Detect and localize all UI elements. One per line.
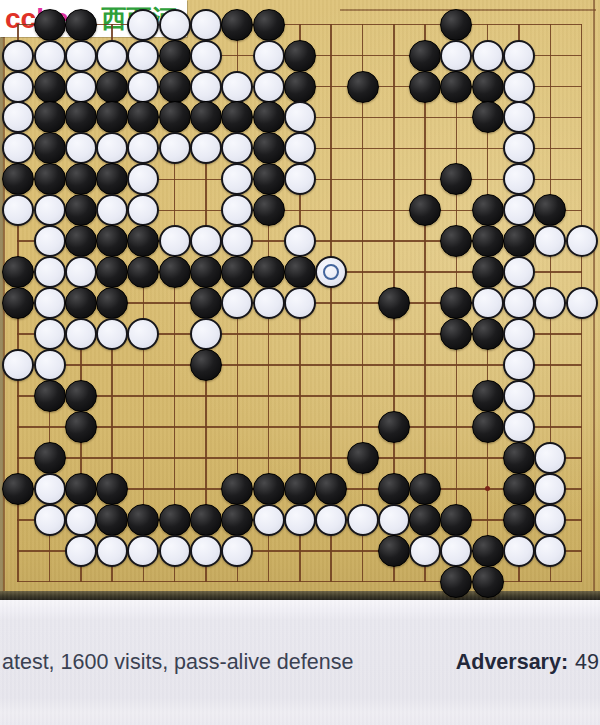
stone-black [440,318,472,350]
stone-black [472,380,504,412]
stone-white [65,132,97,164]
stone-white [503,535,535,567]
stone-white [566,287,598,319]
stone-black [440,504,472,536]
adversary-readout: Adversary:49 [456,650,599,675]
stone-white [503,349,535,381]
stone-black [378,287,410,319]
stone-white [534,535,566,567]
stone-white [253,504,285,536]
stone-black [221,9,253,41]
stone-black [190,101,222,133]
stone-white [34,349,66,381]
stone-black [253,101,285,133]
stone-black [2,473,34,505]
stone-black [34,101,66,133]
stone-white [534,473,566,505]
stone-black [65,411,97,443]
stone-black [159,256,191,288]
stone-white [566,225,598,257]
stone-black [409,473,441,505]
status-panel: atest, 1600 visits, pass-alive defense A… [0,600,600,725]
stone-white [127,194,159,226]
stone-white [159,225,191,257]
stone-white [221,132,253,164]
stone-black [96,71,128,103]
stone-white [378,504,410,536]
stone-black [503,504,535,536]
stone-white [503,256,535,288]
stone-white [534,287,566,319]
stone-black [96,163,128,195]
stone-black [2,256,34,288]
stone-black [472,101,504,133]
stone-black [190,504,222,536]
stone-white [534,504,566,536]
stone-black [503,225,535,257]
stone-white [127,318,159,350]
stone-white [127,163,159,195]
stone-black [2,163,34,195]
stone-white [96,132,128,164]
stone-white [65,318,97,350]
stone-white [284,101,316,133]
stone-white [253,287,285,319]
stone-white [503,40,535,72]
stone-white [221,163,253,195]
stone-white [503,101,535,133]
stone-black [440,71,472,103]
stone-black [472,225,504,257]
stone-white [221,71,253,103]
stone-black [96,256,128,288]
stone-black [253,256,285,288]
stone-white [159,132,191,164]
stone-black [378,535,410,567]
stone-black [315,473,347,505]
stone-white [34,318,66,350]
stone-white [65,71,97,103]
stone-white [347,504,379,536]
stone-black [472,535,504,567]
stone-black [2,287,34,319]
stone-black [472,566,504,598]
stone-white [534,442,566,474]
stone-black [127,101,159,133]
adversary-label: Adversary: [456,650,568,674]
stone-black [159,71,191,103]
stone-black [221,473,253,505]
stone-black [65,163,97,195]
stone-white [190,9,222,41]
stone-black [440,225,472,257]
stone-black [409,71,441,103]
stone-black [440,9,472,41]
stone-white [503,71,535,103]
stone-white [34,194,66,226]
stone-white [2,132,34,164]
stone-black [127,504,159,536]
stone-black [65,9,97,41]
stone-white [190,71,222,103]
stone-white [127,71,159,103]
stone-black [65,225,97,257]
search-status-text: atest, 1600 visits, pass-alive defense [2,650,353,675]
stone-white [65,504,97,536]
stone-white [159,535,191,567]
go-board[interactable]: cc here 西西河 [0,0,600,600]
stone-black [409,504,441,536]
stone-white [34,40,66,72]
stone-white [503,132,535,164]
stone-white [503,163,535,195]
stone-black [253,9,285,41]
stone-black [34,442,66,474]
stone-white [409,535,441,567]
stone-black [96,287,128,319]
stone-black [253,132,285,164]
board-bottom-edge [0,591,600,600]
stone-white [34,473,66,505]
stone-black [65,380,97,412]
stone-white [34,256,66,288]
stone-black [253,473,285,505]
stone-black [127,225,159,257]
screenshot-root: cc here 西西河 atest, 1600 visits, pass-ali… [0,0,600,725]
adversary-value: 49 [575,650,599,674]
watermark-cc: cc [5,3,36,35]
stone-white [503,380,535,412]
stone-white [503,194,535,226]
stone-white [2,194,34,226]
stone-white [284,504,316,536]
stone-black [96,101,128,133]
stone-white [65,535,97,567]
stone-black [221,101,253,133]
stone-black [472,411,504,443]
star-point [485,486,490,491]
stone-white [96,40,128,72]
stone-white [65,40,97,72]
stone-black [65,473,97,505]
stone-white [34,504,66,536]
grid-line-vertical [362,24,364,583]
stone-black [284,256,316,288]
stone-white [503,411,535,443]
stone-black [503,442,535,474]
stone-black [472,71,504,103]
stone-black [96,473,128,505]
stone-black [65,287,97,319]
stone-white [221,287,253,319]
stone-black [503,473,535,505]
stone-black [34,71,66,103]
stone-black [409,40,441,72]
stone-black [159,40,191,72]
stone-black [221,256,253,288]
stone-black [34,163,66,195]
stone-white [127,535,159,567]
stone-white [472,40,504,72]
stone-white-marked [315,256,347,288]
stone-white [96,535,128,567]
stone-white [190,40,222,72]
stone-black [440,163,472,195]
stone-black [34,9,66,41]
stone-white [503,287,535,319]
stone-white [190,535,222,567]
stone-white [190,318,222,350]
stone-white [2,349,34,381]
stone-black [190,349,222,381]
stone-white [190,225,222,257]
stone-white [534,225,566,257]
stone-white [96,318,128,350]
stone-black [284,473,316,505]
board-top-border [340,9,596,11]
last-move-circle-marker [323,264,339,280]
stone-white [221,225,253,257]
stone-black [65,101,97,133]
stone-black [472,194,504,226]
stone-black [96,225,128,257]
stone-white [284,163,316,195]
stone-black [284,40,316,72]
stone-black [159,504,191,536]
status-bar: atest, 1600 visits, pass-alive defense A… [0,644,600,680]
stone-white [503,318,535,350]
stone-black [534,194,566,226]
stone-white [190,132,222,164]
stone-black [34,132,66,164]
stone-white [284,225,316,257]
stone-white [96,194,128,226]
stone-white [127,9,159,41]
stone-white [34,225,66,257]
stone-white [159,9,191,41]
grid-line-horizontal [17,364,582,366]
stone-white [221,194,253,226]
stone-white [284,287,316,319]
stone-white [472,287,504,319]
stone-black [221,504,253,536]
stone-white [2,40,34,72]
stone-black [440,566,472,598]
stone-white [253,71,285,103]
stone-white [2,101,34,133]
stone-black [253,194,285,226]
stone-white [315,504,347,536]
stone-black [440,287,472,319]
stone-white [2,71,34,103]
stone-black [347,442,379,474]
stone-black [159,101,191,133]
stone-black [284,71,316,103]
stone-white [127,132,159,164]
stone-white [34,287,66,319]
stone-black [472,256,504,288]
stone-black [127,256,159,288]
stone-white [440,535,472,567]
stone-white [221,535,253,567]
stone-white [284,132,316,164]
stone-black [378,411,410,443]
stone-black [472,318,504,350]
stone-black [347,71,379,103]
stone-black [65,194,97,226]
stone-black [190,256,222,288]
stone-black [409,194,441,226]
grid-line-horizontal [17,457,582,459]
stone-black [34,380,66,412]
stone-black [253,163,285,195]
stone-black [378,473,410,505]
stone-white [127,40,159,72]
stone-white [440,40,472,72]
stone-white [65,256,97,288]
stone-black [190,287,222,319]
stone-white [253,40,285,72]
stone-black [96,504,128,536]
